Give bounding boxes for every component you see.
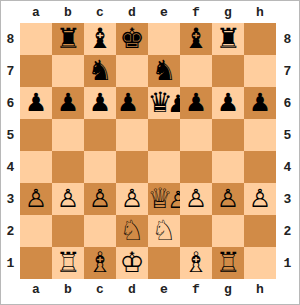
file-label-bottom-c: c [84,279,116,304]
square-g8[interactable]: ♜ [212,23,244,55]
square-a3[interactable]: ♙ [20,183,52,215]
square-f3[interactable]: ♙ [180,183,212,215]
rank-label-left-5: 5 [1,119,20,151]
square-c3[interactable]: ♙ [84,183,116,215]
corner-bottom-right [276,279,299,304]
chess-diagram: abcdefgh8♜♝♚♝♜87♞♞76♟♟♟♟♛♟♟♟♟655443♙♙♙♙♕… [0,0,300,305]
file-label-bottom-h: h [244,279,276,304]
corner-top-left [1,1,20,23]
square-b7[interactable] [52,55,84,87]
square-g3[interactable]: ♙ [212,183,244,215]
black-bishop-c8: ♝ [84,23,116,55]
square-c5[interactable] [84,119,116,151]
black-pawn-b6: ♟ [52,87,84,119]
square-d4[interactable] [116,151,148,183]
square-d8[interactable]: ♚ [116,23,148,55]
rank-label-left-3: 3 [1,183,20,215]
square-f6[interactable]: ♟ [180,87,212,119]
black-knight-c7: ♞ [84,55,116,87]
square-e8[interactable] [148,23,180,55]
square-e2[interactable]: ♘ [148,215,180,247]
black-pawn-c6: ♟ [84,87,116,119]
black-king-d8: ♚ [116,23,148,55]
file-label-top-f: f [180,1,212,23]
square-d7[interactable] [116,55,148,87]
square-g2[interactable] [212,215,244,247]
square-f5[interactable] [180,119,212,151]
square-c6[interactable]: ♟ [84,87,116,119]
black-pawn-f6: ♟ [180,87,212,119]
square-e3[interactable]: ♕♙ [148,183,180,215]
corner-bottom-left [1,279,20,304]
white-pawn-d3: ♙ [116,183,148,215]
file-label-bottom-d: d [116,279,148,304]
black-rook-g8: ♜ [212,23,244,55]
square-g5[interactable] [212,119,244,151]
file-label-top-c: c [84,1,116,23]
square-g1[interactable]: ♖ [212,247,244,279]
file-label-bottom-e: e [148,279,180,304]
white-knight-d2: ♘ [116,215,148,247]
rank-label-right-3: 3 [276,183,299,215]
white-bishop-c1: ♗ [84,247,116,279]
black-pawn-g6: ♟ [212,87,244,119]
file-label-bottom-g: g [212,279,244,304]
square-f2[interactable] [180,215,212,247]
rank-label-right-2: 2 [276,215,299,247]
square-e6[interactable]: ♛♟ [148,87,180,119]
file-label-top-b: b [52,1,84,23]
chess-board: abcdefgh8♜♝♚♝♜87♞♞76♟♟♟♟♛♟♟♟♟655443♙♙♙♙♕… [1,1,299,304]
square-h1[interactable] [244,247,276,279]
square-h2[interactable] [244,215,276,247]
square-c4[interactable] [84,151,116,183]
white-pawn-h3: ♙ [244,183,276,215]
square-h5[interactable] [244,119,276,151]
rank-label-left-4: 4 [1,151,20,183]
square-g6[interactable]: ♟ [212,87,244,119]
square-h7[interactable] [244,55,276,87]
file-label-bottom-b: b [52,279,84,304]
square-f1[interactable]: ♗ [180,247,212,279]
square-b8[interactable]: ♜ [52,23,84,55]
white-pawn-a3: ♙ [20,183,52,215]
square-f4[interactable] [180,151,212,183]
rank-label-left-6: 6 [1,87,20,119]
white-rook-g1: ♖ [212,247,244,279]
square-a6[interactable]: ♟ [20,87,52,119]
corner-top-right [276,1,299,23]
square-f7[interactable] [180,55,212,87]
square-b5[interactable] [52,119,84,151]
black-queen-e6: ♛ [144,87,176,119]
white-pawn-f3: ♙ [180,183,212,215]
square-a4[interactable] [20,151,52,183]
square-b2[interactable] [52,215,84,247]
black-rook-b8: ♜ [52,23,84,55]
square-h8[interactable] [244,23,276,55]
square-g7[interactable] [212,55,244,87]
file-label-top-a: a [20,1,52,23]
square-c2[interactable] [84,215,116,247]
rank-label-right-8: 8 [276,23,299,55]
square-g4[interactable] [212,151,244,183]
square-a5[interactable] [20,119,52,151]
white-bishop-f1: ♗ [180,247,212,279]
file-label-bottom-f: f [180,279,212,304]
white-rook-b1: ♖ [52,247,84,279]
square-c7[interactable]: ♞ [84,55,116,87]
white-pawn-c3: ♙ [84,183,116,215]
square-a2[interactable] [20,215,52,247]
file-label-top-g: g [212,1,244,23]
square-c8[interactable]: ♝ [84,23,116,55]
white-pawn-g3: ♙ [212,183,244,215]
rank-label-left-1: 1 [1,247,20,279]
square-b6[interactable]: ♟ [52,87,84,119]
square-a7[interactable] [20,55,52,87]
rank-label-left-7: 7 [1,55,20,87]
black-pawn-h6: ♟ [244,87,276,119]
square-h6[interactable]: ♟ [244,87,276,119]
file-label-top-e: e [148,1,180,23]
square-d2[interactable]: ♘ [116,215,148,247]
square-f8[interactable]: ♝ [180,23,212,55]
square-b3[interactable]: ♙ [52,183,84,215]
square-e4[interactable] [148,151,180,183]
black-knight-e7: ♞ [148,55,180,87]
square-h3[interactable]: ♙ [244,183,276,215]
square-d6[interactable]: ♟ [116,87,148,119]
square-e5[interactable] [148,119,180,151]
black-pawn-a6: ♟ [20,87,52,119]
square-d5[interactable] [116,119,148,151]
file-label-top-h: h [244,1,276,23]
square-b4[interactable] [52,151,84,183]
white-queen-e3: ♕ [144,183,176,215]
rank-label-right-1: 1 [276,247,299,279]
file-label-bottom-a: a [20,279,52,304]
square-e1[interactable] [148,247,180,279]
rank-label-left-8: 8 [1,23,20,55]
square-d3[interactable]: ♙ [116,183,148,215]
rank-label-left-2: 2 [1,215,20,247]
square-c1[interactable]: ♗ [84,247,116,279]
white-pawn-b3: ♙ [52,183,84,215]
square-a8[interactable] [20,23,52,55]
black-pawn-d6: ♟ [112,87,144,119]
file-label-top-d: d [116,1,148,23]
square-h4[interactable] [244,151,276,183]
rank-label-right-7: 7 [276,55,299,87]
square-d1[interactable]: ♔ [116,247,148,279]
square-e7[interactable]: ♞ [148,55,180,87]
rank-label-right-5: 5 [276,119,299,151]
white-king-d1: ♔ [116,247,148,279]
rank-label-right-4: 4 [276,151,299,183]
square-a1[interactable] [20,247,52,279]
square-b1[interactable]: ♖ [52,247,84,279]
rank-label-right-6: 6 [276,87,299,119]
white-knight-e2: ♘ [148,215,180,247]
black-bishop-f8: ♝ [180,23,212,55]
